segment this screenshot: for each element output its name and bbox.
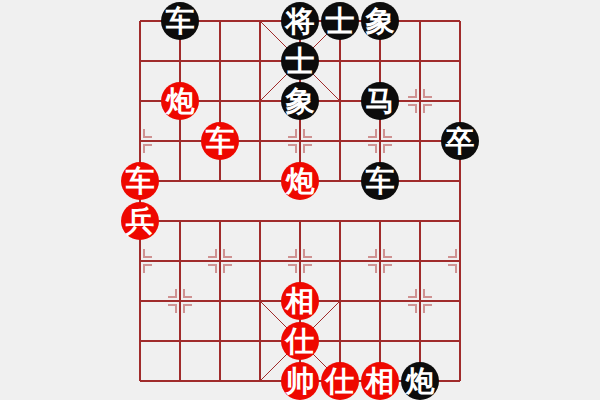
intersection-f4-r2: 象	[280, 81, 320, 121]
intersection-f8-r5	[440, 201, 480, 241]
piece-black-advisor[interactable]: 士	[281, 42, 319, 80]
intersection-f4-r0: 将	[280, 1, 320, 41]
intersection-f8-r4	[440, 161, 480, 201]
intersection-f0-r5: 兵	[120, 201, 160, 241]
board-grid: 车将士象士炮象马车卒车炮车兵相仕帅仕相炮	[120, 1, 480, 400]
piece-red-advisor[interactable]: 仕	[281, 322, 319, 360]
intersection-f4-r9: 帅	[280, 361, 320, 400]
intersection-f2-r2	[200, 81, 240, 121]
intersection-f4-r1: 士	[280, 41, 320, 81]
intersection-f3-r3	[240, 121, 280, 161]
intersection-f6-r5	[360, 201, 400, 241]
intersection-f5-r6	[320, 241, 360, 281]
piece-red-cannon[interactable]: 炮	[161, 82, 199, 120]
intersection-f0-r0	[120, 1, 160, 41]
intersection-f3-r0	[240, 1, 280, 41]
intersection-f2-r5	[200, 201, 240, 241]
intersection-f2-r0	[200, 1, 240, 41]
piece-black-advisor[interactable]: 士	[321, 2, 359, 40]
intersection-f4-r7: 相	[280, 281, 320, 321]
intersection-f5-r2	[320, 81, 360, 121]
intersection-f7-r6	[400, 241, 440, 281]
piece-black-chariot[interactable]: 车	[361, 162, 399, 200]
intersection-f7-r9: 炮	[400, 361, 440, 400]
piece-red-general[interactable]: 帅	[281, 362, 319, 400]
intersection-f8-r7	[440, 281, 480, 321]
intersection-f6-r2: 马	[360, 81, 400, 121]
intersection-f4-r8: 仕	[280, 321, 320, 361]
intersection-f1-r8	[160, 321, 200, 361]
intersection-f3-r2	[240, 81, 280, 121]
intersection-f7-r8	[400, 321, 440, 361]
intersection-f8-r6	[440, 241, 480, 281]
intersection-f3-r8	[240, 321, 280, 361]
intersection-f4-r5	[280, 201, 320, 241]
intersection-f3-r7	[240, 281, 280, 321]
piece-black-elephant[interactable]: 象	[361, 2, 399, 40]
intersection-f1-r3	[160, 121, 200, 161]
intersection-f0-r4: 车	[120, 161, 160, 201]
intersection-f6-r3	[360, 121, 400, 161]
intersection-f5-r3	[320, 121, 360, 161]
intersection-f8-r1	[440, 41, 480, 81]
intersection-f1-r4	[160, 161, 200, 201]
intersection-f4-r3	[280, 121, 320, 161]
intersection-f3-r6	[240, 241, 280, 281]
intersection-f5-r9: 仕	[320, 361, 360, 400]
intersection-f5-r1	[320, 41, 360, 81]
intersection-f0-r3	[120, 121, 160, 161]
intersection-f6-r8	[360, 321, 400, 361]
intersection-f6-r9: 相	[360, 361, 400, 400]
piece-black-horse[interactable]: 马	[361, 82, 399, 120]
piece-red-advisor[interactable]: 仕	[321, 362, 359, 400]
xiangqi-board: 车将士象士炮象马车卒车炮车兵相仕帅仕相炮	[0, 0, 600, 400]
intersection-f7-r7	[400, 281, 440, 321]
intersection-f3-r1	[240, 41, 280, 81]
intersection-f7-r2	[400, 81, 440, 121]
intersection-f1-r7	[160, 281, 200, 321]
intersection-f6-r0: 象	[360, 1, 400, 41]
intersection-f0-r2	[120, 81, 160, 121]
intersection-f2-r9	[200, 361, 240, 400]
piece-red-cannon[interactable]: 炮	[281, 162, 319, 200]
intersection-f8-r3: 卒	[440, 121, 480, 161]
intersection-f1-r5	[160, 201, 200, 241]
intersection-f0-r8	[120, 321, 160, 361]
intersection-f7-r3	[400, 121, 440, 161]
intersection-f2-r6	[200, 241, 240, 281]
intersection-f1-r2: 炮	[160, 81, 200, 121]
intersection-f6-r4: 车	[360, 161, 400, 201]
intersection-f2-r7	[200, 281, 240, 321]
piece-black-general[interactable]: 将	[281, 2, 319, 40]
piece-black-soldier[interactable]: 卒	[441, 122, 479, 160]
intersection-f3-r5	[240, 201, 280, 241]
intersection-f7-r4	[400, 161, 440, 201]
intersection-f3-r4	[240, 161, 280, 201]
intersection-f2-r8	[200, 321, 240, 361]
intersection-f5-r7	[320, 281, 360, 321]
intersection-f7-r1	[400, 41, 440, 81]
intersection-f0-r7	[120, 281, 160, 321]
intersection-f1-r1	[160, 41, 200, 81]
intersection-f7-r0	[400, 1, 440, 41]
intersection-f5-r5	[320, 201, 360, 241]
piece-red-soldier[interactable]: 兵	[121, 202, 159, 240]
piece-black-chariot[interactable]: 车	[161, 2, 199, 40]
intersection-f3-r9	[240, 361, 280, 400]
intersection-f0-r9	[120, 361, 160, 400]
piece-red-elephant[interactable]: 相	[281, 282, 319, 320]
piece-red-chariot[interactable]: 车	[201, 122, 239, 160]
intersection-f2-r1	[200, 41, 240, 81]
piece-red-chariot[interactable]: 车	[121, 162, 159, 200]
intersection-f1-r0: 车	[160, 1, 200, 41]
intersection-f2-r3: 车	[200, 121, 240, 161]
intersection-f2-r4	[200, 161, 240, 201]
intersection-f5-r0: 士	[320, 1, 360, 41]
piece-red-elephant[interactable]: 相	[361, 362, 399, 400]
intersection-f8-r9	[440, 361, 480, 400]
intersection-f5-r8	[320, 321, 360, 361]
intersection-f1-r9	[160, 361, 200, 400]
intersection-f8-r0	[440, 1, 480, 41]
intersection-f1-r6	[160, 241, 200, 281]
intersection-f0-r1	[120, 41, 160, 81]
intersection-f0-r6	[120, 241, 160, 281]
intersection-f6-r1	[360, 41, 400, 81]
intersection-f6-r7	[360, 281, 400, 321]
intersection-f7-r5	[400, 201, 440, 241]
intersection-f4-r6	[280, 241, 320, 281]
intersection-f4-r4: 炮	[280, 161, 320, 201]
intersection-f8-r2	[440, 81, 480, 121]
piece-black-elephant[interactable]: 象	[281, 82, 319, 120]
intersection-f8-r8	[440, 321, 480, 361]
piece-black-cannon[interactable]: 炮	[401, 362, 439, 400]
intersection-f5-r4	[320, 161, 360, 201]
intersection-f6-r6	[360, 241, 400, 281]
